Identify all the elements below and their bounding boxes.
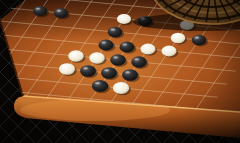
photo-canvas	[0, 0, 240, 143]
vignette-overlay	[0, 0, 240, 143]
go-board-photo	[0, 0, 240, 143]
